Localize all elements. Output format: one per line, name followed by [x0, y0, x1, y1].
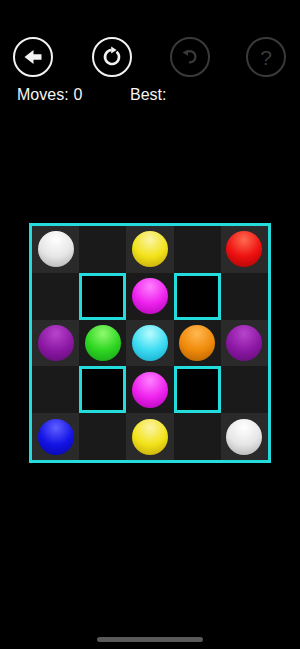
board-cell-r5c3[interactable]: [126, 413, 173, 460]
ball-blue[interactable]: [38, 419, 74, 455]
help-button[interactable]: ?: [246, 37, 286, 77]
target-hole-r2c4[interactable]: [174, 273, 221, 320]
board-cell-r1c4[interactable]: [174, 226, 221, 273]
board-cell-r2c5[interactable]: [221, 273, 268, 320]
restart-icon: [100, 45, 124, 69]
ball-purple[interactable]: [38, 325, 74, 361]
ball-white[interactable]: [226, 419, 262, 455]
board-cell-r2c1[interactable]: [32, 273, 79, 320]
undo-icon: [178, 45, 202, 69]
target-hole-r4c2[interactable]: [79, 366, 126, 413]
game-board: [29, 223, 271, 463]
board-cell-r1c5[interactable]: [221, 226, 268, 273]
ball-white[interactable]: [38, 231, 74, 267]
target-hole-r2c2[interactable]: [79, 273, 126, 320]
board-cell-r4c1[interactable]: [32, 366, 79, 413]
best-label: Best:: [130, 86, 166, 103]
moves-label: Moves:: [17, 86, 69, 103]
board-cell-r2c3[interactable]: [126, 273, 173, 320]
ball-red[interactable]: [226, 231, 262, 267]
back-button[interactable]: [13, 37, 53, 77]
back-arrow-icon: [21, 45, 45, 69]
best-counter: Best:: [130, 86, 171, 104]
ball-orange[interactable]: [179, 325, 215, 361]
board-cell-r5c1[interactable]: [32, 413, 79, 460]
board-cell-r4c5[interactable]: [221, 366, 268, 413]
board-cell-r1c1[interactable]: [32, 226, 79, 273]
board-cell-r1c2[interactable]: [79, 226, 126, 273]
target-hole-r4c4[interactable]: [174, 366, 221, 413]
moves-value: 0: [74, 86, 83, 103]
board-cell-r5c2[interactable]: [79, 413, 126, 460]
question-mark-icon: ?: [260, 47, 272, 68]
restart-button[interactable]: [92, 37, 132, 77]
moves-counter: Moves:0: [17, 86, 82, 104]
ball-cyan[interactable]: [132, 325, 168, 361]
board-cell-r3c3[interactable]: [126, 320, 173, 367]
board-cell-r3c5[interactable]: [221, 320, 268, 367]
board-cell-r3c4[interactable]: [174, 320, 221, 367]
stats-row: Moves:0 Best:: [0, 86, 300, 106]
ball-yellow[interactable]: [132, 231, 168, 267]
app-screen: ? Moves:0 Best:: [0, 0, 300, 649]
board-cell-r3c1[interactable]: [32, 320, 79, 367]
ball-magenta[interactable]: [132, 372, 168, 408]
ball-yellow[interactable]: [132, 419, 168, 455]
home-indicator[interactable]: [97, 637, 203, 642]
board-cell-r5c4[interactable]: [174, 413, 221, 460]
ball-green[interactable]: [85, 325, 121, 361]
board-cell-r4c3[interactable]: [126, 366, 173, 413]
board-cell-r1c3[interactable]: [126, 226, 173, 273]
undo-button[interactable]: [170, 37, 210, 77]
board-cell-r3c2[interactable]: [79, 320, 126, 367]
ball-magenta[interactable]: [132, 278, 168, 314]
ball-purple[interactable]: [226, 325, 262, 361]
board-cell-r5c5[interactable]: [221, 413, 268, 460]
